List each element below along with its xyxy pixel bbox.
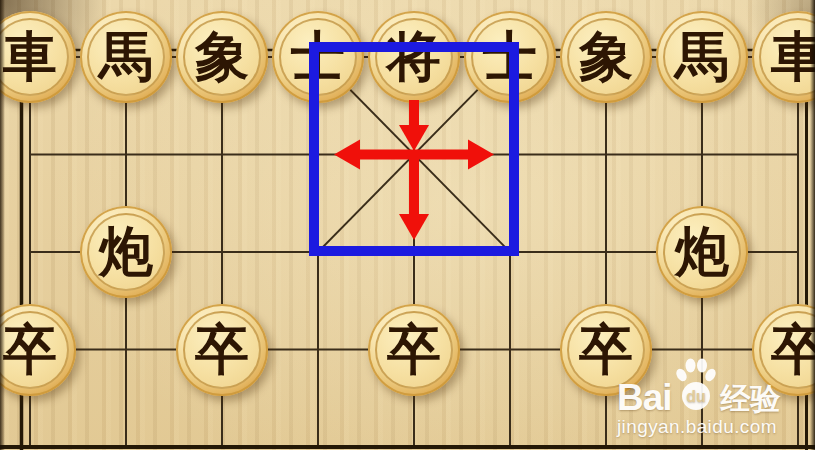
general-move-right-arrow [414,140,494,170]
baidu-jingyan-logo: Bai du 经验 [617,357,781,413]
xiangqi-board: 車馬象士将士象馬車炮炮卒卒卒卒卒 Bai du 经验 jingyan.baidu… [0,0,815,450]
baidu-logo-text-du: du [686,388,706,405]
baidu-paw-icon: du [675,357,717,413]
baidu-logo-text-bai: Bai [617,383,672,413]
watermark-url: jingyan.baidu.com [617,416,781,438]
baidu-logo-text-jingyan: 经验 [721,385,781,413]
photo-right-edge-shadow [810,0,815,450]
photo-left-edge-shadow [0,0,5,450]
general-move-left-arrow [334,140,414,170]
general-move-down-exit-arrow [399,159,429,240]
baidu-jingyan-watermark: Bai du 经验 jingyan.baidu.com [617,357,781,438]
general-move-down-arrow [399,100,429,151]
